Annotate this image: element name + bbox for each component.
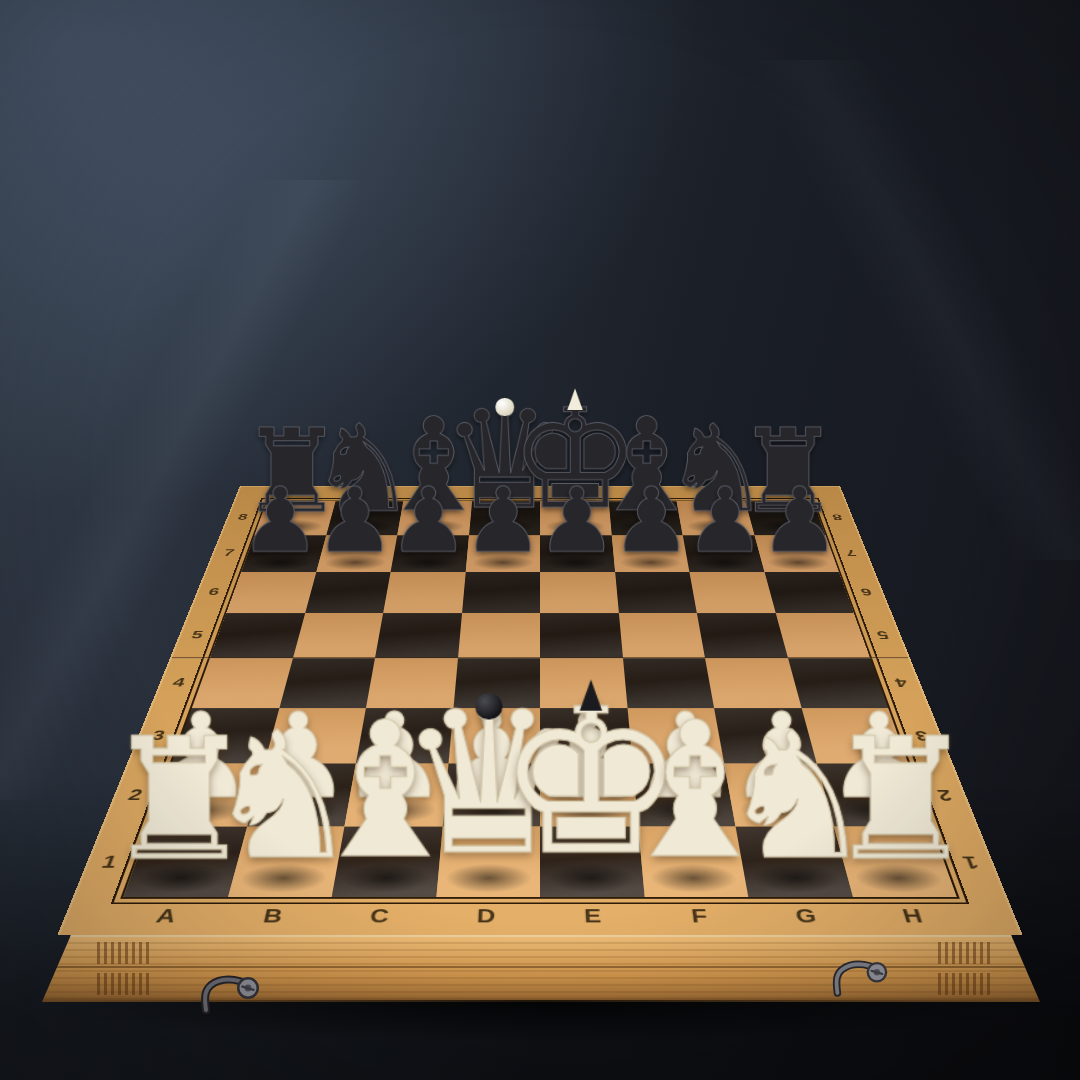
square-a5[interactable] [210,613,305,658]
file-label-d: D [476,905,497,927]
square-f5[interactable] [618,613,705,658]
square-d7[interactable]: ♟ [465,535,540,572]
square-a7[interactable]: ♟ [241,535,326,572]
file-label-f: F [690,905,710,927]
black-pawn-f7[interactable]: ♟ [611,476,692,566]
rank-label-right-7: 7 [843,547,858,557]
photo-scene: ♜♞♝♛♚♝♞♜♟♟♟♟♟♟♟♟♟♟♟♟♟♟♟♟♜♞♝♛♚♝♞♜ ABCDEFG… [0,0,1080,1080]
square-d6[interactable] [462,572,540,613]
rank-label-left-5: 5 [190,628,207,641]
square-h7[interactable]: ♟ [754,535,839,572]
file-label-e: E [584,905,603,927]
board-squares-grid: ♜♞♝♛♚♝♞♜♟♟♟♟♟♟♟♟♟♟♟♟♟♟♟♟♜♞♝♛♚♝♞♜ [120,501,960,899]
board-wooden-frame: ♜♞♝♛♚♝♞♜♟♟♟♟♟♟♟♟♟♟♟♟♟♟♟♟♜♞♝♛♚♝♞♜ ABCDEFG… [58,486,1023,935]
square-g6[interactable] [689,572,775,613]
rank-label-left-7: 7 [222,547,237,557]
rank-label-left-6: 6 [207,586,223,597]
white-rook-h1[interactable]: ♜ [825,716,976,885]
square-f7[interactable]: ♟ [611,535,689,572]
black-pawn-g7[interactable]: ♟ [685,476,766,566]
chess-board-perspective-wrap: ♜♞♝♛♚♝♞♜♟♟♟♟♟♟♟♟♟♟♟♟♟♟♟♟♜♞♝♛♚♝♞♜ ABCDEFG… [170,288,910,1028]
latch-hook-icon [822,953,897,998]
latch-hook-icon [190,968,270,1016]
black-pawn-c7[interactable]: ♟ [389,476,470,566]
file-label-g: G [793,905,819,927]
square-h6[interactable] [764,572,854,613]
square-c5[interactable] [375,613,462,658]
square-c6[interactable] [383,572,465,613]
file-label-h: H [900,905,927,927]
finger-joint [97,942,149,965]
square-e5[interactable] [540,613,623,658]
black-pawn-b7[interactable]: ♟ [314,476,395,566]
black-pawn-d7[interactable]: ♟ [463,476,544,566]
square-b6[interactable] [305,572,391,613]
square-b7[interactable]: ♟ [316,535,397,572]
square-e6[interactable] [540,572,618,613]
black-pawn-h7[interactable]: ♟ [759,476,840,566]
file-label-a: A [153,905,180,927]
king-cone-finial [567,388,582,409]
chess-board: ♜♞♝♛♚♝♞♜♟♟♟♟♟♟♟♟♟♟♟♟♟♟♟♟♜♞♝♛♚♝♞♜ ABCDEFG… [58,486,1023,935]
finger-joint [938,973,990,996]
king-cone-finial [580,679,602,710]
square-f6[interactable] [615,572,697,613]
file-label-b: B [261,905,286,927]
square-e7[interactable]: ♟ [540,535,615,572]
square-a6[interactable] [226,572,316,613]
square-c7[interactable]: ♟ [391,535,469,572]
square-d5[interactable] [458,613,541,658]
rank-label-right-6: 6 [858,586,874,597]
black-pawn-a7[interactable]: ♟ [240,476,321,566]
finger-joint [938,942,990,965]
square-g7[interactable]: ♟ [683,535,764,572]
square-b5[interactable] [293,613,384,658]
square-h1[interactable]: ♜ [833,826,956,897]
finger-joint [97,973,149,996]
file-label-c: C [369,905,392,927]
square-g5[interactable] [697,613,788,658]
rank-label-right-5: 5 [874,628,891,641]
black-pawn-e7[interactable]: ♟ [537,476,618,566]
square-h5[interactable] [775,613,870,658]
